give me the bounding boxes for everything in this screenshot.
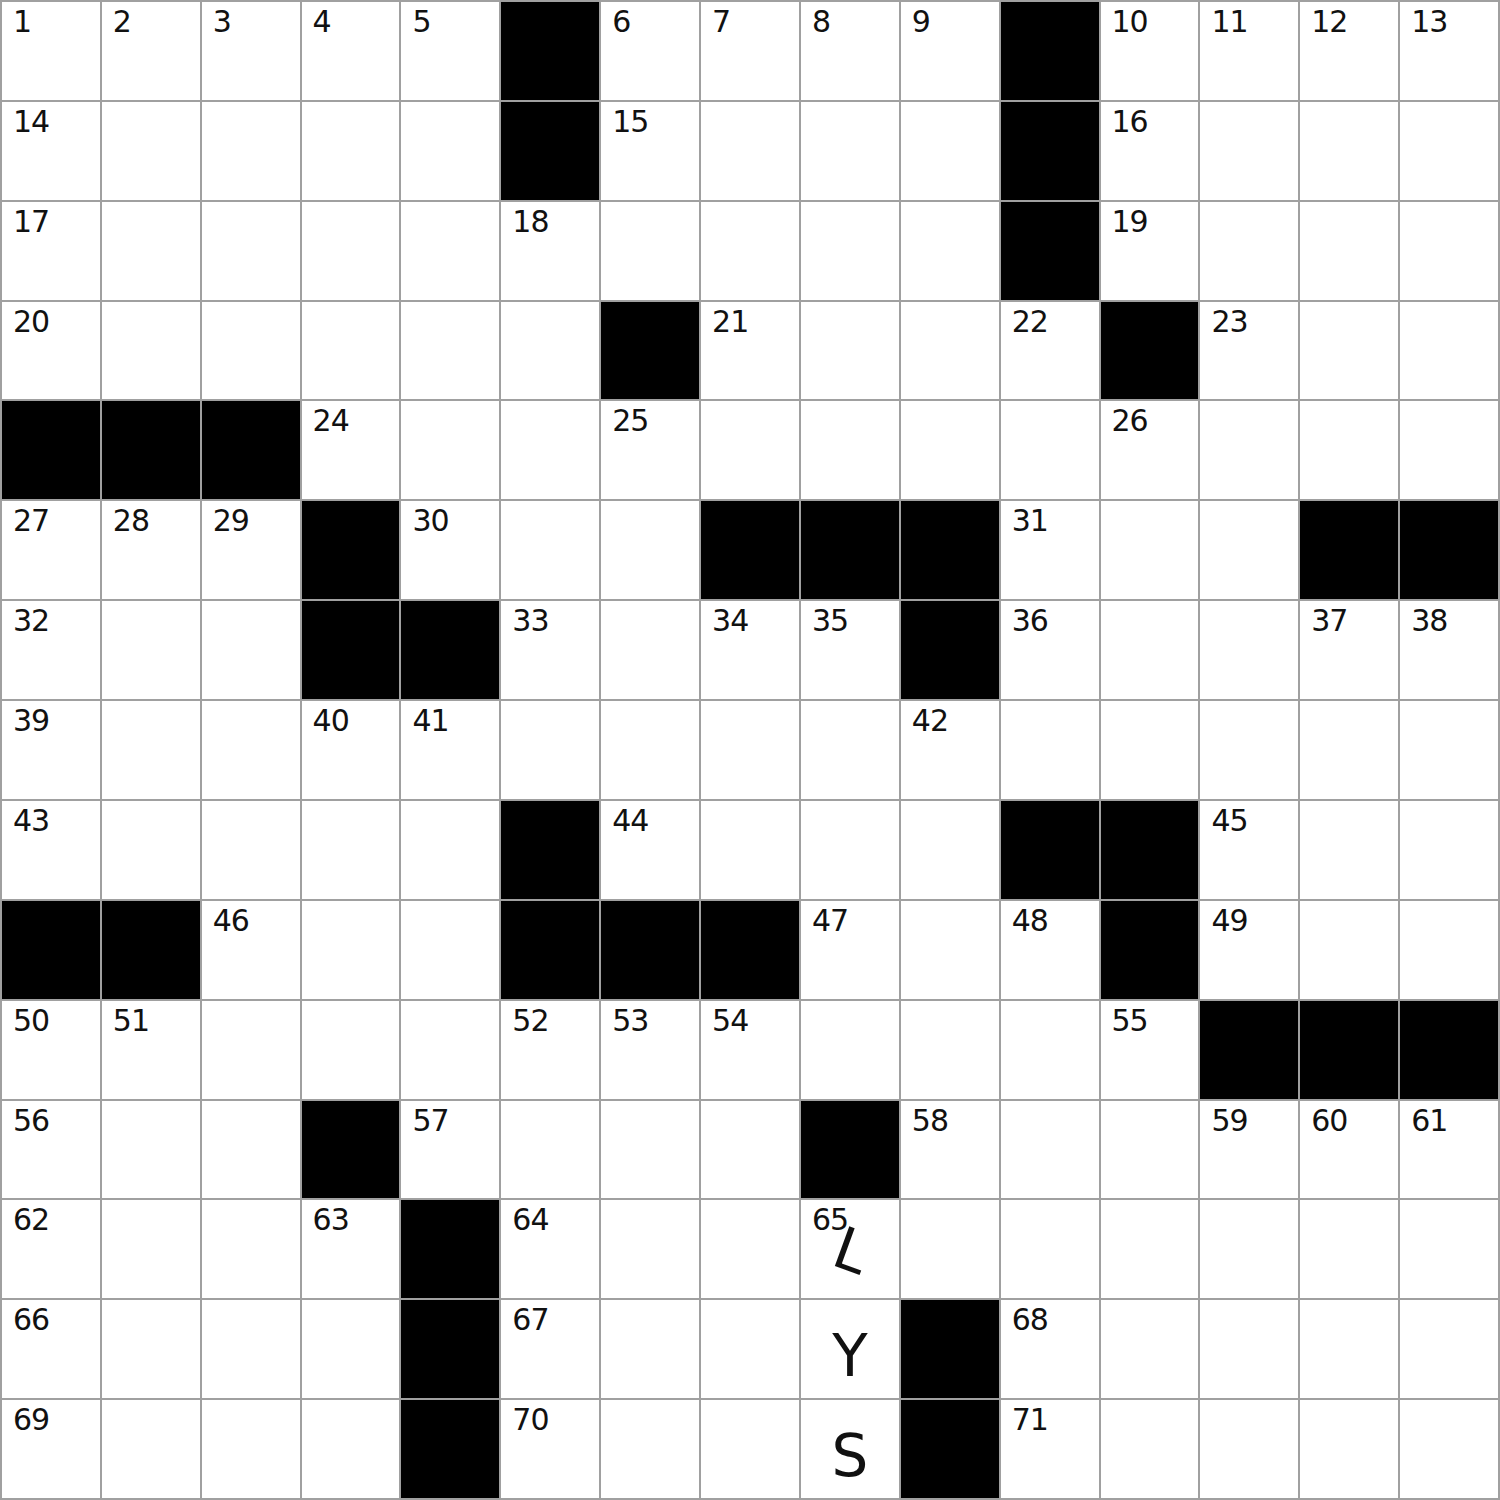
clue-number-28: 28 [113, 505, 149, 537]
clue-number-51: 51 [113, 1005, 149, 1037]
cell-r1c2[interactable] [201, 101, 301, 201]
cell-r6c8[interactable]: 35 [800, 600, 900, 700]
cell-r9c2[interactable]: 46 [201, 900, 301, 1000]
cell-r10c1[interactable]: 51 [101, 1000, 201, 1100]
black-cell-r6c3 [301, 600, 401, 700]
cell-r13c7[interactable] [700, 1299, 800, 1399]
cell-r14c14[interactable] [1399, 1399, 1499, 1499]
cell-r12c1[interactable] [101, 1199, 201, 1299]
cell-r1c14[interactable] [1399, 101, 1499, 201]
cell-r4c7[interactable] [700, 400, 800, 500]
cell-r2c1[interactable] [101, 201, 201, 301]
cell-r12c7[interactable] [700, 1199, 800, 1299]
cell-r9c10[interactable]: 48 [1000, 900, 1100, 1000]
crossword-board: 1234567891011121314151617181920212223242… [0, 0, 1500, 1500]
cell-r13c0[interactable]: 66 [1, 1299, 101, 1399]
clue-number-4: 4 [313, 6, 331, 38]
clue-number-33: 33 [512, 605, 548, 637]
cell-r7c1[interactable] [101, 700, 201, 800]
black-cell-r4c1 [101, 400, 201, 500]
black-cell-r11c3 [301, 1100, 401, 1200]
black-cell-r9c7 [700, 900, 800, 1000]
cell-r11c10[interactable] [1000, 1100, 1100, 1200]
cell-r4c10[interactable] [1000, 400, 1100, 500]
cell-r7c4[interactable]: 41 [400, 700, 500, 800]
cell-r9c9[interactable] [900, 900, 1000, 1000]
cell-r3c2[interactable] [201, 301, 301, 401]
cell-r10c0[interactable]: 50 [1, 1000, 101, 1100]
cell-r6c2[interactable] [201, 600, 301, 700]
cell-r7c6[interactable] [600, 700, 700, 800]
cell-r12c6[interactable] [600, 1199, 700, 1299]
cell-r13c13[interactable] [1299, 1299, 1399, 1399]
cell-r11c11[interactable] [1100, 1100, 1200, 1200]
cell-r10c7[interactable]: 54 [700, 1000, 800, 1100]
cell-r7c2[interactable] [201, 700, 301, 800]
clue-number-12: 12 [1311, 6, 1347, 38]
cell-r3c5[interactable] [500, 301, 600, 401]
cell-r0c14[interactable]: 13 [1399, 1, 1499, 101]
black-cell-r0c5 [500, 1, 600, 101]
cell-r13c14[interactable] [1399, 1299, 1499, 1399]
black-cell-r9c6 [600, 900, 700, 1000]
cell-r13c2[interactable] [201, 1299, 301, 1399]
cell-r4c12[interactable] [1199, 400, 1299, 500]
cell-r1c13[interactable] [1299, 101, 1399, 201]
clue-number-6: 6 [612, 6, 630, 38]
cell-r11c1[interactable] [101, 1100, 201, 1200]
cell-r13c12[interactable] [1199, 1299, 1299, 1399]
cell-r4c11[interactable]: 26 [1100, 400, 1200, 500]
clue-number-23: 23 [1211, 306, 1247, 338]
cell-r5c11[interactable] [1100, 500, 1200, 600]
cell-r1c8[interactable] [800, 101, 900, 201]
clue-number-42: 42 [912, 705, 948, 737]
cell-r9c3[interactable] [301, 900, 401, 1000]
cell-r14c7[interactable] [700, 1399, 800, 1499]
cell-r4c3[interactable]: 24 [301, 400, 401, 500]
cell-r7c8[interactable] [800, 700, 900, 800]
cell-r9c4[interactable] [400, 900, 500, 1000]
cell-r5c10[interactable]: 31 [1000, 500, 1100, 600]
black-cell-r8c5 [500, 800, 600, 900]
clue-number-1: 1 [13, 6, 31, 38]
cell-r4c13[interactable] [1299, 400, 1399, 500]
cell-r13c10[interactable]: 68 [1000, 1299, 1100, 1399]
cell-r12c9[interactable] [900, 1199, 1000, 1299]
cell-r10c9[interactable] [900, 1000, 1000, 1100]
cell-r8c12[interactable]: 45 [1199, 800, 1299, 900]
clue-number-37: 37 [1311, 605, 1347, 637]
clue-number-53: 53 [612, 1005, 648, 1037]
cell-r8c6[interactable]: 44 [600, 800, 700, 900]
cell-r4c5[interactable] [500, 400, 600, 500]
cell-r14c13[interactable] [1299, 1399, 1399, 1499]
cell-r12c8[interactable]: 65L [800, 1199, 900, 1299]
cell-r0c3[interactable]: 4 [301, 1, 401, 101]
black-cell-r8c10 [1000, 800, 1100, 900]
black-cell-r10c12 [1199, 1000, 1299, 1100]
clue-number-31: 31 [1012, 505, 1048, 537]
clue-number-29: 29 [213, 505, 249, 537]
cell-r7c14[interactable] [1399, 700, 1499, 800]
black-cell-r6c4 [400, 600, 500, 700]
clue-number-63: 63 [313, 1204, 349, 1236]
cell-r2c4[interactable] [400, 201, 500, 301]
cell-r1c6[interactable]: 15 [600, 101, 700, 201]
clue-number-25: 25 [612, 405, 648, 437]
cell-r11c12[interactable]: 59 [1199, 1100, 1299, 1200]
cell-r3c4[interactable] [400, 301, 500, 401]
black-cell-r5c3 [301, 500, 401, 600]
cell-r12c13[interactable] [1299, 1199, 1399, 1299]
cell-r6c6[interactable] [600, 600, 700, 700]
cell-r0c13[interactable]: 12 [1299, 1, 1399, 101]
clue-number-16: 16 [1112, 106, 1148, 138]
clue-number-3: 3 [213, 6, 231, 38]
clue-number-69: 69 [13, 1404, 49, 1436]
cell-r11c9[interactable]: 58 [900, 1100, 1000, 1200]
cell-r8c7[interactable] [700, 800, 800, 900]
clue-number-10: 10 [1112, 6, 1148, 38]
cell-r10c2[interactable] [201, 1000, 301, 1100]
black-cell-r10c14 [1399, 1000, 1499, 1100]
black-cell-r1c10 [1000, 101, 1100, 201]
clue-number-54: 54 [712, 1005, 748, 1037]
clue-number-18: 18 [512, 206, 548, 238]
cell-r14c2[interactable] [201, 1399, 301, 1499]
cell-r3c3[interactable] [301, 301, 401, 401]
black-cell-r10c13 [1299, 1000, 1399, 1100]
cell-r2c2[interactable] [201, 201, 301, 301]
clue-number-20: 20 [13, 306, 49, 338]
cell-r2c11[interactable]: 19 [1100, 201, 1200, 301]
cell-r0c4[interactable]: 5 [400, 1, 500, 101]
black-cell-r4c0 [1, 400, 101, 500]
clue-number-2: 2 [113, 6, 131, 38]
cell-r4c6[interactable]: 25 [600, 400, 700, 500]
clue-number-21: 21 [712, 306, 748, 338]
cell-r3c13[interactable] [1299, 301, 1399, 401]
cell-r8c2[interactable] [201, 800, 301, 900]
black-cell-r13c4 [400, 1299, 500, 1399]
clue-number-68: 68 [1012, 1304, 1048, 1336]
cell-r4c8[interactable] [800, 400, 900, 500]
cell-r3c10[interactable]: 22 [1000, 301, 1100, 401]
cell-r6c13[interactable]: 37 [1299, 600, 1399, 700]
cell-r0c0[interactable]: 1 [1, 1, 101, 101]
cell-r10c8[interactable] [800, 1000, 900, 1100]
clue-number-48: 48 [1012, 905, 1048, 937]
cell-r2c5[interactable]: 18 [500, 201, 600, 301]
cell-r1c0[interactable]: 14 [1, 101, 101, 201]
cell-r4c9[interactable] [900, 400, 1000, 500]
cell-r8c8[interactable] [800, 800, 900, 900]
cell-r10c4[interactable] [400, 1000, 500, 1100]
cell-r12c0[interactable]: 62 [1, 1199, 101, 1299]
black-cell-r3c11 [1100, 301, 1200, 401]
cell-r14c0[interactable]: 69 [1, 1399, 101, 1499]
filled-letter-s: S [801, 1400, 899, 1498]
cell-r9c14[interactable] [1399, 900, 1499, 1000]
cell-r10c5[interactable]: 52 [500, 1000, 600, 1100]
clue-number-71: 71 [1012, 1404, 1048, 1436]
cell-r2c12[interactable] [1199, 201, 1299, 301]
cell-r12c14[interactable] [1399, 1199, 1499, 1299]
black-cell-r5c13 [1299, 500, 1399, 600]
cell-r13c1[interactable] [101, 1299, 201, 1399]
cell-r2c3[interactable] [301, 201, 401, 301]
cell-r7c13[interactable] [1299, 700, 1399, 800]
black-cell-r8c11 [1100, 800, 1200, 900]
clue-number-46: 46 [213, 905, 249, 937]
cell-r8c3[interactable] [301, 800, 401, 900]
cell-r13c6[interactable] [600, 1299, 700, 1399]
cell-r10c11[interactable]: 55 [1100, 1000, 1200, 1100]
clue-number-5: 5 [412, 6, 430, 38]
clue-number-17: 17 [13, 206, 49, 238]
black-cell-r9c11 [1100, 900, 1200, 1000]
filled-letter-y: Y [801, 1300, 899, 1398]
black-cell-r14c4 [400, 1399, 500, 1499]
black-cell-r9c0 [1, 900, 101, 1000]
cell-r14c11[interactable] [1100, 1399, 1200, 1499]
cell-r0c2[interactable]: 3 [201, 1, 301, 101]
clue-number-70: 70 [512, 1404, 548, 1436]
clue-number-32: 32 [13, 605, 49, 637]
clue-number-14: 14 [13, 106, 49, 138]
cell-r11c0[interactable]: 56 [1, 1100, 101, 1200]
cell-r14c3[interactable] [301, 1399, 401, 1499]
clue-number-27: 27 [13, 505, 49, 537]
clue-number-43: 43 [13, 805, 49, 837]
cell-r14c5[interactable]: 70 [500, 1399, 600, 1499]
clue-number-11: 11 [1211, 6, 1247, 38]
cell-r10c6[interactable]: 53 [600, 1000, 700, 1100]
cell-r5c0[interactable]: 27 [1, 500, 101, 600]
cell-r10c3[interactable] [301, 1000, 401, 1100]
cell-r7c12[interactable] [1199, 700, 1299, 800]
black-cell-r4c2 [201, 400, 301, 500]
cell-r5c5[interactable] [500, 500, 600, 600]
cell-r7c0[interactable]: 39 [1, 700, 101, 800]
black-cell-r12c4 [400, 1199, 500, 1299]
cell-r12c5[interactable]: 64 [500, 1199, 600, 1299]
black-cell-r2c10 [1000, 201, 1100, 301]
cell-r8c0[interactable]: 43 [1, 800, 101, 900]
clue-number-7: 7 [712, 6, 730, 38]
black-cell-r0c10 [1000, 1, 1100, 101]
cell-r0c11[interactable]: 10 [1100, 1, 1200, 101]
clue-number-44: 44 [612, 805, 648, 837]
cell-r1c3[interactable] [301, 101, 401, 201]
cell-r12c11[interactable] [1100, 1199, 1200, 1299]
clue-number-38: 38 [1411, 605, 1447, 637]
cell-r11c6[interactable] [600, 1100, 700, 1200]
cell-r0c1[interactable]: 2 [101, 1, 201, 101]
cell-r7c9[interactable]: 42 [900, 700, 1000, 800]
clue-number-49: 49 [1211, 905, 1247, 937]
cell-r8c9[interactable] [900, 800, 1000, 900]
cell-r1c7[interactable] [700, 101, 800, 201]
cell-r6c10[interactable]: 36 [1000, 600, 1100, 700]
cell-r6c7[interactable]: 34 [700, 600, 800, 700]
cell-r11c14[interactable]: 61 [1399, 1100, 1499, 1200]
black-cell-r9c1 [101, 900, 201, 1000]
clue-number-61: 61 [1411, 1105, 1447, 1137]
cell-r5c1[interactable]: 28 [101, 500, 201, 600]
cell-r0c12[interactable]: 11 [1199, 1, 1299, 101]
cell-r14c8[interactable]: S [800, 1399, 900, 1499]
cell-r11c7[interactable] [700, 1100, 800, 1200]
cell-r9c13[interactable] [1299, 900, 1399, 1000]
clue-number-59: 59 [1211, 1105, 1247, 1137]
cell-r14c12[interactable] [1199, 1399, 1299, 1499]
cell-r14c1[interactable] [101, 1399, 201, 1499]
cell-r13c5[interactable]: 67 [500, 1299, 600, 1399]
cell-r3c9[interactable] [900, 301, 1000, 401]
clue-number-40: 40 [313, 705, 349, 737]
cell-r14c6[interactable] [600, 1399, 700, 1499]
cell-r8c14[interactable] [1399, 800, 1499, 900]
cell-r12c3[interactable]: 63 [301, 1199, 401, 1299]
black-cell-r14c9 [900, 1399, 1000, 1499]
cell-r8c13[interactable] [1299, 800, 1399, 900]
black-cell-r5c8 [800, 500, 900, 600]
cell-r3c0[interactable]: 20 [1, 301, 101, 401]
cell-r8c1[interactable] [101, 800, 201, 900]
clue-number-58: 58 [912, 1105, 948, 1137]
cell-r5c6[interactable] [600, 500, 700, 600]
clue-number-8: 8 [812, 6, 830, 38]
cell-r7c7[interactable] [700, 700, 800, 800]
cell-r5c12[interactable] [1199, 500, 1299, 600]
cell-r2c14[interactable] [1399, 201, 1499, 301]
cell-r0c9[interactable]: 9 [900, 1, 1000, 101]
black-cell-r5c9 [900, 500, 1000, 600]
clue-number-39: 39 [13, 705, 49, 737]
cell-r6c11[interactable] [1100, 600, 1200, 700]
cell-r5c2[interactable]: 29 [201, 500, 301, 600]
black-cell-r5c14 [1399, 500, 1499, 600]
cell-r9c8[interactable]: 47 [800, 900, 900, 1000]
cell-r7c11[interactable] [1100, 700, 1200, 800]
black-cell-r1c5 [500, 101, 600, 201]
cell-r11c5[interactable] [500, 1100, 600, 1200]
black-cell-r6c9 [900, 600, 1000, 700]
cell-r2c6[interactable] [600, 201, 700, 301]
clue-number-13: 13 [1411, 6, 1447, 38]
cell-r12c12[interactable] [1199, 1199, 1299, 1299]
cell-r6c5[interactable]: 33 [500, 600, 600, 700]
cell-r2c8[interactable] [800, 201, 900, 301]
clue-number-24: 24 [313, 405, 349, 437]
black-cell-r9c5 [500, 900, 600, 1000]
cell-r2c0[interactable]: 17 [1, 201, 101, 301]
cell-r11c13[interactable]: 60 [1299, 1100, 1399, 1200]
cell-r3c12[interactable]: 23 [1199, 301, 1299, 401]
black-cell-r5c7 [700, 500, 800, 600]
cell-r1c12[interactable] [1199, 101, 1299, 201]
clue-number-36: 36 [1012, 605, 1048, 637]
cell-r2c13[interactable] [1299, 201, 1399, 301]
cell-r1c9[interactable] [900, 101, 1000, 201]
cell-r4c4[interactable] [400, 400, 500, 500]
cell-r12c10[interactable] [1000, 1199, 1100, 1299]
clue-number-62: 62 [13, 1204, 49, 1236]
cell-r2c7[interactable] [700, 201, 800, 301]
cell-r13c8[interactable]: Y [800, 1299, 900, 1399]
clue-number-47: 47 [812, 905, 848, 937]
clue-number-56: 56 [13, 1105, 49, 1137]
clue-number-52: 52 [512, 1005, 548, 1037]
cell-r0c7[interactable]: 7 [700, 1, 800, 101]
cell-r9c12[interactable]: 49 [1199, 900, 1299, 1000]
cell-r2c9[interactable] [900, 201, 1000, 301]
cell-r14c10[interactable]: 71 [1000, 1399, 1100, 1499]
cell-r0c8[interactable]: 8 [800, 1, 900, 101]
clue-number-26: 26 [1112, 405, 1148, 437]
clue-number-30: 30 [412, 505, 448, 537]
clue-number-9: 9 [912, 6, 930, 38]
clue-number-34: 34 [712, 605, 748, 637]
clue-number-41: 41 [412, 705, 448, 737]
cell-r1c4[interactable] [400, 101, 500, 201]
clue-number-22: 22 [1012, 306, 1048, 338]
clue-number-45: 45 [1211, 805, 1247, 837]
cell-r6c12[interactable] [1199, 600, 1299, 700]
cell-r11c4[interactable]: 57 [400, 1100, 500, 1200]
cell-r3c8[interactable] [800, 301, 900, 401]
clue-number-19: 19 [1112, 206, 1148, 238]
cell-r13c3[interactable] [301, 1299, 401, 1399]
black-cell-r3c6 [600, 301, 700, 401]
cell-r3c14[interactable] [1399, 301, 1499, 401]
black-cell-r13c9 [900, 1299, 1000, 1399]
clue-number-50: 50 [13, 1005, 49, 1037]
cell-r8c4[interactable] [400, 800, 500, 900]
cell-r6c1[interactable] [101, 600, 201, 700]
cell-r4c14[interactable] [1399, 400, 1499, 500]
clue-number-60: 60 [1311, 1105, 1347, 1137]
cell-r11c2[interactable] [201, 1100, 301, 1200]
cell-r12c2[interactable] [201, 1199, 301, 1299]
cell-r7c5[interactable] [500, 700, 600, 800]
cell-r6c0[interactable]: 32 [1, 600, 101, 700]
clue-number-55: 55 [1112, 1005, 1148, 1037]
clue-number-67: 67 [512, 1304, 548, 1336]
clue-number-15: 15 [612, 106, 648, 138]
black-cell-r11c8 [800, 1100, 900, 1200]
cell-r0c6[interactable]: 6 [600, 1, 700, 101]
cell-r13c11[interactable] [1100, 1299, 1200, 1399]
clue-number-35: 35 [812, 605, 848, 637]
cell-r7c3[interactable]: 40 [301, 700, 401, 800]
cell-r5c4[interactable]: 30 [400, 500, 500, 600]
cell-r6c14[interactable]: 38 [1399, 600, 1499, 700]
cell-r1c1[interactable] [101, 101, 201, 201]
cell-r1c11[interactable]: 16 [1100, 101, 1200, 201]
cell-r7c10[interactable] [1000, 700, 1100, 800]
clue-number-64: 64 [512, 1204, 548, 1236]
cell-r3c1[interactable] [101, 301, 201, 401]
clue-number-66: 66 [13, 1304, 49, 1336]
cell-r10c10[interactable] [1000, 1000, 1100, 1100]
cell-r3c7[interactable]: 21 [700, 301, 800, 401]
clue-number-57: 57 [412, 1105, 448, 1137]
filled-letter-l: L [791, 1182, 916, 1307]
